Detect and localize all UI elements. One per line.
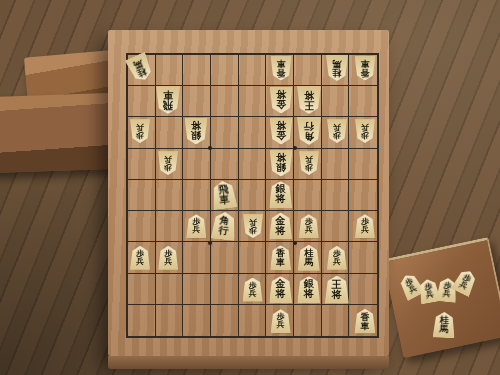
board-front-edge: [108, 356, 389, 369]
piece-kanji: 兵: [425, 290, 434, 299]
board-cell[interactable]: [183, 55, 211, 86]
piece-kanji: 銀: [276, 184, 286, 194]
piece-kanji: 兵: [249, 218, 257, 226]
piece-kanji: 馬: [132, 58, 144, 70]
piece-kanji: 歩: [333, 131, 341, 139]
piece-kanji: 馬: [304, 258, 313, 267]
board-cell[interactable]: [239, 117, 267, 148]
board-cell[interactable]: [156, 180, 184, 211]
piece-kanji: 歩: [164, 163, 172, 171]
piece-kanji: 将: [276, 153, 286, 163]
piece-kanji: 兵: [458, 280, 469, 291]
piece-kanji: 金: [276, 279, 286, 289]
board-cell[interactable]: [183, 242, 211, 273]
board-cell[interactable]: [128, 149, 156, 180]
hoshi-dot: [293, 146, 297, 150]
piece-kanji: 将: [276, 121, 286, 131]
board-cell[interactable]: [156, 305, 184, 336]
board-cell[interactable]: [239, 242, 267, 273]
piece-kanji: 兵: [277, 321, 285, 329]
piece-kanji: 歩: [136, 131, 144, 139]
board-cell[interactable]: [183, 274, 211, 305]
board-cell[interactable]: [239, 149, 267, 180]
board-cell[interactable]: [211, 149, 239, 180]
board-cell[interactable]: [294, 305, 322, 336]
piece-kanji: 車: [276, 258, 285, 267]
piece-kanji: 馬: [332, 59, 341, 68]
piece-kanji: 桂: [332, 68, 341, 77]
board-cell[interactable]: [156, 274, 184, 305]
piece-kanji: 兵: [192, 226, 200, 234]
piece-kanji: 兵: [164, 258, 172, 266]
piece-kanji: 兵: [361, 226, 369, 234]
piece-kanji: 車: [276, 59, 285, 68]
piece-kanji: 将: [276, 226, 286, 236]
board-cell[interactable]: [156, 117, 184, 148]
piece-kanji: 兵: [333, 123, 341, 131]
board-cell[interactable]: [239, 86, 267, 117]
board-cell[interactable]: [322, 149, 350, 180]
board-cell[interactable]: [349, 242, 377, 273]
shogi-board: 桂馬香車桂馬香車飛車金将王将歩兵銀将金将角行歩兵歩兵歩兵銀将歩兵飛車銀将歩兵角行…: [108, 30, 389, 356]
board-cell[interactable]: [211, 117, 239, 148]
piece-kanji: 兵: [164, 155, 172, 163]
board-cell[interactable]: [128, 86, 156, 117]
piece-kanji: 金: [276, 216, 286, 226]
board-cell[interactable]: [239, 180, 267, 211]
piece-kanji: 将: [332, 289, 342, 299]
piece-kanji: 将: [276, 89, 286, 99]
piece-kanji: 車: [163, 89, 173, 99]
hoshi-dot: [293, 241, 297, 245]
board-cell[interactable]: [156, 211, 184, 242]
piece-kanji: 兵: [136, 258, 144, 266]
board-cell[interactable]: [183, 180, 211, 211]
piece-kanji: 兵: [407, 284, 418, 295]
board-cell[interactable]: [211, 55, 239, 86]
board-cell[interactable]: [128, 305, 156, 336]
board-cell[interactable]: [183, 305, 211, 336]
piece-kanji: 金: [276, 131, 286, 141]
board-cell[interactable]: [349, 180, 377, 211]
board-cell[interactable]: [183, 149, 211, 180]
piece-kanji: 車: [360, 59, 369, 68]
board-cell[interactable]: [128, 274, 156, 305]
piece-kanji: 歩: [305, 163, 313, 171]
piece-kanji: 金: [276, 99, 286, 109]
piece-kanji: 角: [304, 131, 314, 141]
board-cell[interactable]: [211, 274, 239, 305]
piece-kanji: 銀: [191, 131, 201, 141]
board-cell[interactable]: [239, 305, 267, 336]
piece-box: [0, 93, 113, 173]
piece-kanji: 行: [218, 226, 229, 237]
board-cell[interactable]: [211, 242, 239, 273]
board-cell[interactable]: [322, 305, 350, 336]
piece-kanji: 歩: [249, 226, 257, 234]
board-cell[interactable]: [349, 274, 377, 305]
piece-kanji: 兵: [249, 290, 257, 298]
piece-kanji: 兵: [333, 258, 341, 266]
board-cell[interactable]: [156, 55, 184, 86]
hoshi-dot: [208, 146, 212, 150]
board-cell[interactable]: [183, 86, 211, 117]
piece-kanji: 将: [191, 121, 201, 131]
board-cell[interactable]: [322, 86, 350, 117]
piece-kanji: 兵: [305, 226, 313, 234]
piece-kanji: 将: [304, 289, 314, 299]
board-cell[interactable]: [349, 86, 377, 117]
piece-kanji: 香: [276, 68, 285, 77]
board-cell[interactable]: [349, 149, 377, 180]
piece-kanji: 兵: [136, 123, 144, 131]
board-cell[interactable]: [322, 180, 350, 211]
board-cell[interactable]: [322, 211, 350, 242]
hoshi-dot: [208, 241, 212, 245]
piece-kanji: 車: [360, 321, 369, 330]
board-cell[interactable]: [128, 180, 156, 211]
piece-kanji: 香: [360, 68, 369, 77]
table-surface: 桂馬香車桂馬香車飛車金将王将歩兵銀将金将角行歩兵歩兵歩兵銀将歩兵飛車銀将歩兵角行…: [0, 0, 500, 375]
piece-kanji: 歩: [361, 131, 369, 139]
piece-kanji: 銀: [304, 279, 314, 289]
piece-kanji: 将: [276, 289, 286, 299]
piece-kanji: 銀: [276, 163, 286, 173]
piece-kanji: 車: [219, 194, 230, 205]
board-cell[interactable]: [294, 55, 322, 86]
piece-kanji: 将: [276, 194, 286, 204]
piece-kanji: 馬: [439, 325, 448, 334]
piece-kanji: 行: [304, 121, 314, 131]
board-cell[interactable]: [211, 305, 239, 336]
board-cell[interactable]: [128, 211, 156, 242]
piece-kanji: 将: [304, 89, 314, 99]
piece-kanji: 兵: [361, 123, 369, 131]
piece-kanji: 兵: [305, 155, 313, 163]
board-cell[interactable]: [211, 86, 239, 117]
board-cell[interactable]: [294, 180, 322, 211]
piece-kanji: 兵: [442, 290, 451, 299]
board-cell[interactable]: [239, 55, 267, 86]
